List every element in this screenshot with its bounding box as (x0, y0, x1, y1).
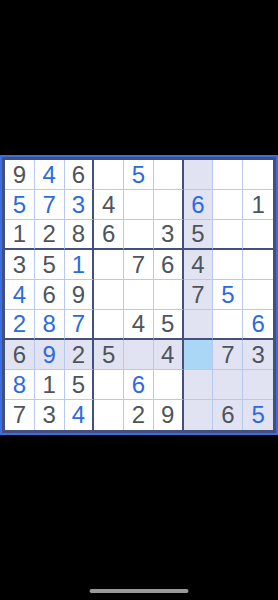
cell-r6c1[interactable]: 2 (5, 310, 35, 340)
cell-r9c1[interactable]: 7 (5, 400, 35, 430)
cell-r3c3[interactable]: 8 (65, 220, 95, 250)
cell-r8c1[interactable]: 8 (5, 370, 35, 400)
cell-r1c5[interactable]: 5 (124, 160, 154, 190)
cell-r5c9[interactable] (243, 280, 273, 310)
cell-r8c4[interactable] (94, 370, 124, 400)
cell-r6c9[interactable]: 6 (243, 310, 273, 340)
cell-r2c5[interactable] (124, 190, 154, 220)
cell-r1c2[interactable]: 4 (35, 160, 65, 190)
cell-r2c1[interactable]: 5 (5, 190, 35, 220)
cell-r1c8[interactable] (213, 160, 243, 190)
cell-r4c6[interactable]: 6 (154, 250, 184, 280)
cell-r1c4[interactable] (94, 160, 124, 190)
cell-r3c2[interactable]: 2 (35, 220, 65, 250)
cell-r3c5[interactable] (124, 220, 154, 250)
cell-r7c5[interactable] (124, 340, 154, 370)
cell-r4c8[interactable] (213, 250, 243, 280)
cell-r7c2[interactable]: 9 (35, 340, 65, 370)
cell-r9c4[interactable] (94, 400, 124, 430)
cell-r7c6[interactable]: 4 (154, 340, 184, 370)
cell-r2c2[interactable]: 7 (35, 190, 65, 220)
cell-r3c4[interactable]: 6 (94, 220, 124, 250)
cell-r3c6[interactable]: 3 (154, 220, 184, 250)
cell-r8c7[interactable] (184, 370, 214, 400)
cell-r2c6[interactable] (154, 190, 184, 220)
cell-r4c9[interactable] (243, 250, 273, 280)
cell-r3c8[interactable] (213, 220, 243, 250)
cell-r4c7[interactable]: 4 (184, 250, 214, 280)
cell-r6c7[interactable] (184, 310, 214, 340)
cell-r6c5[interactable]: 4 (124, 310, 154, 340)
cell-r2c3[interactable]: 3 (65, 190, 95, 220)
cell-r5c6[interactable] (154, 280, 184, 310)
cell-r5c1[interactable]: 4 (5, 280, 35, 310)
cell-r1c1[interactable]: 9 (5, 160, 35, 190)
cell-r5c5[interactable] (124, 280, 154, 310)
cell-r8c3[interactable]: 5 (65, 370, 95, 400)
cell-r6c8[interactable] (213, 310, 243, 340)
cell-r6c4[interactable] (94, 310, 124, 340)
cell-r9c5[interactable]: 2 (124, 400, 154, 430)
cell-r4c4[interactable] (94, 250, 124, 280)
cell-r7c4[interactable]: 5 (94, 340, 124, 370)
cell-r6c3[interactable]: 7 (65, 310, 95, 340)
cell-r8c9[interactable] (243, 370, 273, 400)
home-indicator[interactable] (90, 589, 189, 593)
cell-r5c7[interactable]: 7 (184, 280, 214, 310)
cell-r2c7[interactable]: 6 (184, 190, 214, 220)
cell-r9c2[interactable]: 3 (35, 400, 65, 430)
cell-r1c6[interactable] (154, 160, 184, 190)
cell-r6c6[interactable]: 5 (154, 310, 184, 340)
cell-r9c6[interactable]: 9 (154, 400, 184, 430)
sudoku-grid: 9465573461128635351764469752874566925473… (2, 157, 276, 433)
cell-r7c7[interactable] (184, 340, 214, 370)
cell-r8c5[interactable]: 6 (124, 370, 154, 400)
cell-r2c9[interactable]: 1 (243, 190, 273, 220)
cell-r1c7[interactable] (184, 160, 214, 190)
cell-r5c3[interactable]: 9 (65, 280, 95, 310)
cell-r7c3[interactable]: 2 (65, 340, 95, 370)
cell-r9c3[interactable]: 4 (65, 400, 95, 430)
sudoku-board: 9465573461128635351764469752874566925473… (0, 155, 278, 435)
cell-r7c9[interactable]: 3 (243, 340, 273, 370)
cell-r4c1[interactable]: 3 (5, 250, 35, 280)
cell-r5c8[interactable]: 5 (213, 280, 243, 310)
cell-r7c8[interactable]: 7 (213, 340, 243, 370)
cell-r9c9[interactable]: 5 (243, 400, 273, 430)
cell-r9c7[interactable] (184, 400, 214, 430)
cell-r8c2[interactable]: 1 (35, 370, 65, 400)
cell-r4c2[interactable]: 5 (35, 250, 65, 280)
cell-r2c8[interactable] (213, 190, 243, 220)
cell-r3c1[interactable]: 1 (5, 220, 35, 250)
cell-r8c8[interactable] (213, 370, 243, 400)
cell-r2c4[interactable]: 4 (94, 190, 124, 220)
cell-r7c1[interactable]: 6 (5, 340, 35, 370)
cell-r8c6[interactable] (154, 370, 184, 400)
cell-r3c9[interactable] (243, 220, 273, 250)
cell-r1c9[interactable] (243, 160, 273, 190)
cell-r6c2[interactable]: 8 (35, 310, 65, 340)
cell-r5c4[interactable] (94, 280, 124, 310)
cell-r5c2[interactable]: 6 (35, 280, 65, 310)
cell-r3c7[interactable]: 5 (184, 220, 214, 250)
cell-r1c3[interactable]: 6 (65, 160, 95, 190)
cell-r4c5[interactable]: 7 (124, 250, 154, 280)
cell-r9c8[interactable]: 6 (213, 400, 243, 430)
cell-r4c3[interactable]: 1 (65, 250, 95, 280)
